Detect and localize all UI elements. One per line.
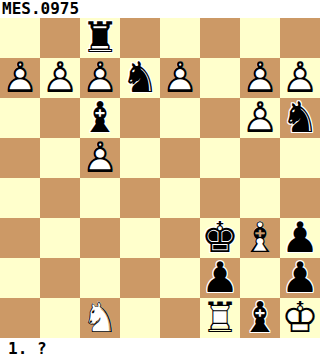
square-d3[interactable] [120,218,160,258]
piece-fill-glyph: ♞ [120,58,160,98]
square-c3[interactable] [80,218,120,258]
white-pawn[interactable]: ♟♙ [240,98,280,138]
square-d1[interactable] [120,298,160,338]
square-c6[interactable]: ♝ [80,98,120,138]
black-knight[interactable]: ♞ [120,58,160,98]
square-e2[interactable] [160,258,200,298]
square-h6[interactable]: ♞ [280,98,320,138]
piece-outline-glyph: ♖ [200,298,240,338]
square-e7[interactable]: ♟♙ [160,58,200,98]
square-d5[interactable] [120,138,160,178]
black-pawn[interactable]: ♟ [200,258,240,298]
square-e8[interactable] [160,18,200,58]
square-g5[interactable] [240,138,280,178]
piece-outline-glyph: ♙ [40,58,80,98]
piece-outline-glyph: ♙ [240,98,280,138]
chess-board: ♜♟♙♟♙♟♙♞♟♙♟♙♟♙♝♟♙♞♟♙♚♝♗♟♟♟♞♘♜♖♝♚♔ [0,18,320,338]
square-a1[interactable] [0,298,40,338]
white-rook[interactable]: ♜♖ [200,298,240,338]
black-king[interactable]: ♚ [200,218,240,258]
square-g7[interactable]: ♟♙ [240,58,280,98]
square-a6[interactable] [0,98,40,138]
white-pawn[interactable]: ♟♙ [240,58,280,98]
piece-outline-glyph: ♙ [80,138,120,178]
piece-fill-glyph: ♟ [280,218,320,258]
square-h4[interactable] [280,178,320,218]
square-g8[interactable] [240,18,280,58]
square-e5[interactable] [160,138,200,178]
square-e4[interactable] [160,178,200,218]
square-c5[interactable]: ♟♙ [80,138,120,178]
square-c4[interactable] [80,178,120,218]
white-bishop[interactable]: ♝♗ [240,218,280,258]
piece-fill-glyph: ♝ [80,98,120,138]
square-d8[interactable] [120,18,160,58]
square-h1[interactable]: ♚♔ [280,298,320,338]
square-e1[interactable] [160,298,200,338]
piece-fill-glyph: ♝ [240,298,280,338]
chess-problem-page: MES.0975 ♜♟♙♟♙♟♙♞♟♙♟♙♟♙♝♟♙♞♟♙♚♝♗♟♟♟♞♘♜♖♝… [0,0,320,360]
move-prompt: 1. ? [8,338,47,360]
square-b4[interactable] [40,178,80,218]
square-d4[interactable] [120,178,160,218]
square-h2[interactable]: ♟ [280,258,320,298]
square-f3[interactable]: ♚ [200,218,240,258]
square-a4[interactable] [0,178,40,218]
piece-outline-glyph: ♙ [280,58,320,98]
square-g2[interactable] [240,258,280,298]
piece-outline-glyph: ♘ [80,298,120,338]
white-pawn[interactable]: ♟♙ [0,58,40,98]
square-d6[interactable] [120,98,160,138]
square-a2[interactable] [0,258,40,298]
black-pawn[interactable]: ♟ [280,218,320,258]
square-b5[interactable] [40,138,80,178]
piece-outline-glyph: ♙ [240,58,280,98]
piece-outline-glyph: ♙ [160,58,200,98]
square-f2[interactable]: ♟ [200,258,240,298]
piece-fill-glyph: ♞ [280,98,320,138]
square-e3[interactable] [160,218,200,258]
square-c2[interactable] [80,258,120,298]
square-f7[interactable] [200,58,240,98]
square-e6[interactable] [160,98,200,138]
square-h5[interactable] [280,138,320,178]
piece-fill-glyph: ♜ [80,18,120,58]
square-b3[interactable] [40,218,80,258]
square-g1[interactable]: ♝ [240,298,280,338]
black-bishop[interactable]: ♝ [240,298,280,338]
square-b6[interactable] [40,98,80,138]
square-f4[interactable] [200,178,240,218]
piece-fill-glyph: ♟ [280,258,320,298]
square-d7[interactable]: ♞ [120,58,160,98]
black-knight[interactable]: ♞ [280,98,320,138]
square-c1[interactable]: ♞♘ [80,298,120,338]
square-h8[interactable] [280,18,320,58]
black-bishop[interactable]: ♝ [80,98,120,138]
piece-outline-glyph: ♙ [0,58,40,98]
square-b2[interactable] [40,258,80,298]
square-g6[interactable]: ♟♙ [240,98,280,138]
square-a5[interactable] [0,138,40,178]
square-f6[interactable] [200,98,240,138]
square-c7[interactable]: ♟♙ [80,58,120,98]
white-knight[interactable]: ♞♘ [80,298,120,338]
square-h3[interactable]: ♟ [280,218,320,258]
square-a7[interactable]: ♟♙ [0,58,40,98]
square-f5[interactable] [200,138,240,178]
square-h7[interactable]: ♟♙ [280,58,320,98]
white-king[interactable]: ♚♔ [280,298,320,338]
square-b7[interactable]: ♟♙ [40,58,80,98]
square-f8[interactable] [200,18,240,58]
white-pawn[interactable]: ♟♙ [280,58,320,98]
square-a3[interactable] [0,218,40,258]
white-pawn[interactable]: ♟♙ [40,58,80,98]
piece-fill-glyph: ♟ [200,258,240,298]
square-d2[interactable] [120,258,160,298]
black-rook[interactable]: ♜ [80,18,120,58]
piece-outline-glyph: ♗ [240,218,280,258]
white-pawn[interactable]: ♟♙ [80,58,120,98]
problem-id: MES.0975 [2,0,79,18]
white-pawn[interactable]: ♟♙ [160,58,200,98]
square-b1[interactable] [40,298,80,338]
piece-fill-glyph: ♚ [200,218,240,258]
black-pawn[interactable]: ♟ [280,258,320,298]
square-g4[interactable] [240,178,280,218]
square-a8[interactable] [0,18,40,58]
piece-outline-glyph: ♔ [280,298,320,338]
piece-outline-glyph: ♙ [80,58,120,98]
white-pawn[interactable]: ♟♙ [80,138,120,178]
square-f1[interactable]: ♜♖ [200,298,240,338]
square-b8[interactable] [40,18,80,58]
square-g3[interactable]: ♝♗ [240,218,280,258]
square-c8[interactable]: ♜ [80,18,120,58]
